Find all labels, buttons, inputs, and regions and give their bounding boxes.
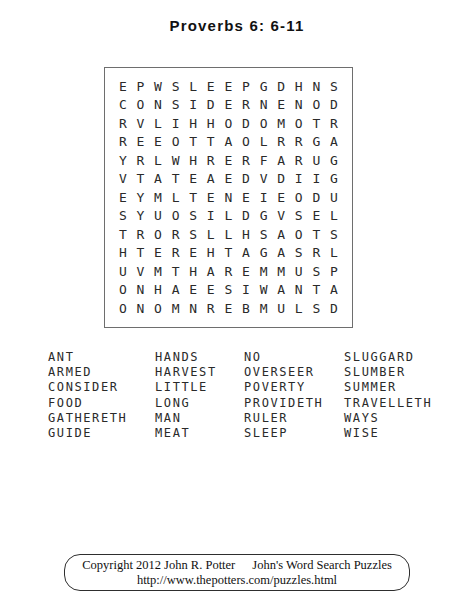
grid-cell: T (220, 244, 238, 263)
word-item: LONG (155, 396, 217, 411)
grid-cell: T (132, 170, 150, 189)
grid-cell: C (114, 96, 132, 115)
grid-cell: Y (132, 207, 150, 226)
grid-cell: E (184, 170, 202, 189)
grid-cell: O (149, 299, 167, 318)
word-item: NO (244, 350, 323, 365)
grid-cell: G (255, 207, 273, 226)
grid-cell: U (149, 207, 167, 226)
word-item: MAN (155, 411, 217, 426)
grid-cell: A (149, 170, 167, 189)
grid-cell: A (237, 244, 255, 263)
grid-cell: T (308, 281, 326, 300)
grid-cell: T (184, 133, 202, 152)
grid-cell: M (167, 299, 185, 318)
grid-cell: W (149, 77, 167, 96)
grid-cell: S (114, 207, 132, 226)
grid-cell: R (132, 225, 150, 244)
grid-cell: D (325, 299, 343, 318)
grid-cell: A (202, 170, 220, 189)
grid-cell: A (272, 244, 290, 263)
grid-cell: S (167, 77, 185, 96)
grid-cell: E (184, 244, 202, 263)
grid-cell: T (184, 188, 202, 207)
grid-cell: A (272, 225, 290, 244)
grid-cell: I (184, 96, 202, 115)
word-item: PROVIDETH (244, 396, 323, 411)
grid-cell: T (167, 170, 185, 189)
grid-cell: H (149, 281, 167, 300)
grid-cell: N (255, 96, 273, 115)
grid-cell: H (184, 151, 202, 170)
word-item: MEAT (155, 426, 217, 441)
grid-cell: L (149, 114, 167, 133)
grid-cell: E (132, 133, 150, 152)
word-item: HARVEST (155, 365, 217, 380)
footer-box: Copyright 2012 John R. Potter John's Wor… (64, 554, 410, 591)
word-column: NOOVERSEERPOVERTYPROVIDETHRULERSLEEP (244, 350, 323, 441)
grid-cell: N (184, 299, 202, 318)
word-column: SLUGGARDSLUMBERSUMMERTRAVELLETHWAYSWISE (344, 350, 432, 441)
grid-cell: L (149, 151, 167, 170)
grid-cell: Y (114, 151, 132, 170)
grid-cell: O (114, 299, 132, 318)
word-item: LITTLE (155, 380, 217, 395)
grid-cell: R (202, 299, 220, 318)
word-item: WAYS (344, 411, 432, 426)
word-item: GATHERETH (48, 411, 127, 426)
grid-cell: L (167, 188, 185, 207)
grid-cell: E (220, 299, 238, 318)
grid-cell: A (325, 281, 343, 300)
grid-cell: R (114, 133, 132, 152)
grid-cell: T (308, 225, 326, 244)
word-search-grid-box: EPWSLEEPGDHNSCONSIDERNENODRVLIHHODOMOTRR… (104, 67, 353, 328)
grid-cell: L (290, 299, 308, 318)
grid-cell: W (167, 151, 185, 170)
grid-cell: H (202, 244, 220, 263)
grid-cell: L (220, 225, 238, 244)
grid-cell: R (167, 225, 185, 244)
grid-cell: L (255, 133, 273, 152)
grid-cell: A (202, 262, 220, 281)
grid-cell: S (290, 244, 308, 263)
grid-cell: N (308, 77, 326, 96)
grid-cell: A (220, 133, 238, 152)
grid-cell: S (308, 262, 326, 281)
grid-cell: O (308, 96, 326, 115)
word-column: ANTARMEDCONSIDERFOODGATHERETHGUIDE (48, 350, 127, 441)
grid-cell: E (149, 133, 167, 152)
grid-cell: M (255, 262, 273, 281)
grid-cell: N (290, 281, 308, 300)
word-item: SLEEP (244, 426, 323, 441)
grid-cell: N (149, 96, 167, 115)
word-item: OVERSEER (244, 365, 323, 380)
grid-cell: S (255, 225, 273, 244)
word-list: ANTARMEDCONSIDERFOODGATHERETHGUIDEHANDSH… (0, 350, 474, 445)
grid-cell: H (114, 244, 132, 263)
word-item: CONSIDER (48, 380, 127, 395)
grid-cell: I (255, 188, 273, 207)
grid-cell: L (220, 207, 238, 226)
grid-cell: D (308, 188, 326, 207)
grid-cell: S (308, 299, 326, 318)
word-item: FOOD (48, 396, 127, 411)
grid-cell: A (272, 281, 290, 300)
grid-cell: O (114, 281, 132, 300)
grid-cell: G (308, 133, 326, 152)
grid-cell: O (167, 207, 185, 226)
grid-cell: E (114, 188, 132, 207)
word-item: HANDS (155, 350, 217, 365)
grid-cell: E (149, 244, 167, 263)
grid-cell: V (272, 207, 290, 226)
grid-cell: O (290, 114, 308, 133)
grid-cell: O (290, 188, 308, 207)
grid-cell: R (290, 133, 308, 152)
grid-cell: R (290, 151, 308, 170)
grid-cell: R (325, 114, 343, 133)
word-item: ARMED (48, 365, 127, 380)
grid-cell: U (290, 262, 308, 281)
grid-cell: R (132, 151, 150, 170)
grid-cell: A (325, 133, 343, 152)
grid-cell: B (237, 299, 255, 318)
grid-cell: E (308, 207, 326, 226)
grid-cell: I (237, 281, 255, 300)
grid-cell: N (132, 299, 150, 318)
grid-cell: S (325, 77, 343, 96)
grid-cell: D (325, 96, 343, 115)
grid-cell: E (202, 188, 220, 207)
grid-cell: R (167, 244, 185, 263)
grid-cell: R (237, 96, 255, 115)
grid-cell: G (325, 151, 343, 170)
grid-cell: W (255, 281, 273, 300)
grid-cell: D (237, 114, 255, 133)
grid-cell: E (202, 77, 220, 96)
word-item: GUIDE (48, 426, 127, 441)
grid-cell: I (290, 170, 308, 189)
grid-cell: S (184, 225, 202, 244)
footer-url: http://www.thepotters.com/puzzles.html (137, 573, 337, 588)
grid-cell: R (220, 262, 238, 281)
word-item: SUMMER (344, 380, 432, 395)
grid-cell: I (308, 170, 326, 189)
grid-cell: E (220, 96, 238, 115)
grid-cell: V (132, 262, 150, 281)
grid-cell: O (149, 225, 167, 244)
word-item: SLUMBER (344, 365, 432, 380)
grid-cell: G (255, 77, 273, 96)
grid-cell: U (325, 188, 343, 207)
grid-cell: E (184, 281, 202, 300)
grid-cell: V (114, 170, 132, 189)
grid-cell: G (255, 244, 273, 263)
grid-cell: R (114, 114, 132, 133)
grid-cell: E (237, 188, 255, 207)
grid-cell: E (220, 77, 238, 96)
grid-cell: O (220, 114, 238, 133)
grid-cell: H (202, 114, 220, 133)
letter-grid: EPWSLEEPGDHNSCONSIDERNENODRVLIHHODOMOTRR… (114, 77, 343, 318)
word-item: RULER (244, 411, 323, 426)
grid-cell: N (220, 188, 238, 207)
grid-cell: E (272, 96, 290, 115)
grid-cell: U (114, 262, 132, 281)
grid-cell: S (167, 96, 185, 115)
word-item: ANT (48, 350, 127, 365)
word-item: POVERTY (244, 380, 323, 395)
grid-cell: E (202, 281, 220, 300)
word-item: TRAVELLETH (344, 396, 432, 411)
grid-cell: O (167, 133, 185, 152)
grid-cell: A (272, 151, 290, 170)
grid-cell: V (132, 114, 150, 133)
grid-cell: G (325, 170, 343, 189)
footer-line1: Copyright 2012 John R. Potter John's Wor… (82, 558, 392, 573)
grid-cell: M (272, 114, 290, 133)
grid-cell: T (114, 225, 132, 244)
puzzle-title: Proverbs 6: 6-11 (0, 17, 474, 34)
grid-cell: N (132, 281, 150, 300)
grid-cell: H (237, 225, 255, 244)
grid-cell: L (325, 244, 343, 263)
grid-cell: D (237, 207, 255, 226)
grid-cell: E (237, 262, 255, 281)
grid-cell: L (202, 225, 220, 244)
grid-cell: M (272, 262, 290, 281)
grid-cell: R (272, 133, 290, 152)
grid-cell: S (220, 281, 238, 300)
grid-cell: T (132, 244, 150, 263)
grid-cell: O (290, 225, 308, 244)
footer-brand: John's Word Search Puzzles (252, 558, 392, 573)
grid-cell: P (325, 262, 343, 281)
grid-cell: I (167, 114, 185, 133)
grid-cell: I (202, 207, 220, 226)
word-column: HANDSHARVESTLITTLELONGMANMEAT (155, 350, 217, 441)
grid-cell: S (290, 207, 308, 226)
grid-cell: R (202, 151, 220, 170)
grid-cell: T (308, 114, 326, 133)
grid-cell: E (220, 170, 238, 189)
grid-cell: M (149, 188, 167, 207)
word-item: WISE (344, 426, 432, 441)
grid-cell: D (272, 170, 290, 189)
grid-cell: U (272, 299, 290, 318)
grid-cell: Y (132, 188, 150, 207)
grid-cell: A (167, 281, 185, 300)
grid-cell: E (220, 151, 238, 170)
grid-cell: T (167, 262, 185, 281)
grid-cell: P (132, 77, 150, 96)
grid-cell: S (184, 207, 202, 226)
grid-cell: L (184, 77, 202, 96)
grid-cell: D (272, 77, 290, 96)
grid-cell: R (237, 151, 255, 170)
grid-cell: O (237, 133, 255, 152)
grid-cell: O (132, 96, 150, 115)
grid-cell: V (255, 170, 273, 189)
grid-cell: M (255, 299, 273, 318)
word-item: SLUGGARD (344, 350, 432, 365)
grid-cell: E (114, 77, 132, 96)
grid-cell: O (255, 114, 273, 133)
grid-cell: H (184, 262, 202, 281)
grid-cell: D (202, 96, 220, 115)
grid-cell: P (237, 77, 255, 96)
grid-cell: N (290, 96, 308, 115)
grid-cell: M (149, 262, 167, 281)
grid-cell: U (308, 151, 326, 170)
grid-cell: H (184, 114, 202, 133)
grid-cell: S (325, 225, 343, 244)
grid-cell: T (202, 133, 220, 152)
grid-cell: L (325, 207, 343, 226)
grid-cell: F (255, 151, 273, 170)
grid-cell: H (290, 77, 308, 96)
puzzle-page: Proverbs 6: 6-11 EPWSLEEPGDHNSCONSIDERNE… (0, 0, 474, 600)
footer-copyright: Copyright 2012 John R. Potter (82, 558, 235, 573)
grid-cell: R (308, 244, 326, 263)
grid-cell: E (272, 188, 290, 207)
grid-cell: D (237, 170, 255, 189)
